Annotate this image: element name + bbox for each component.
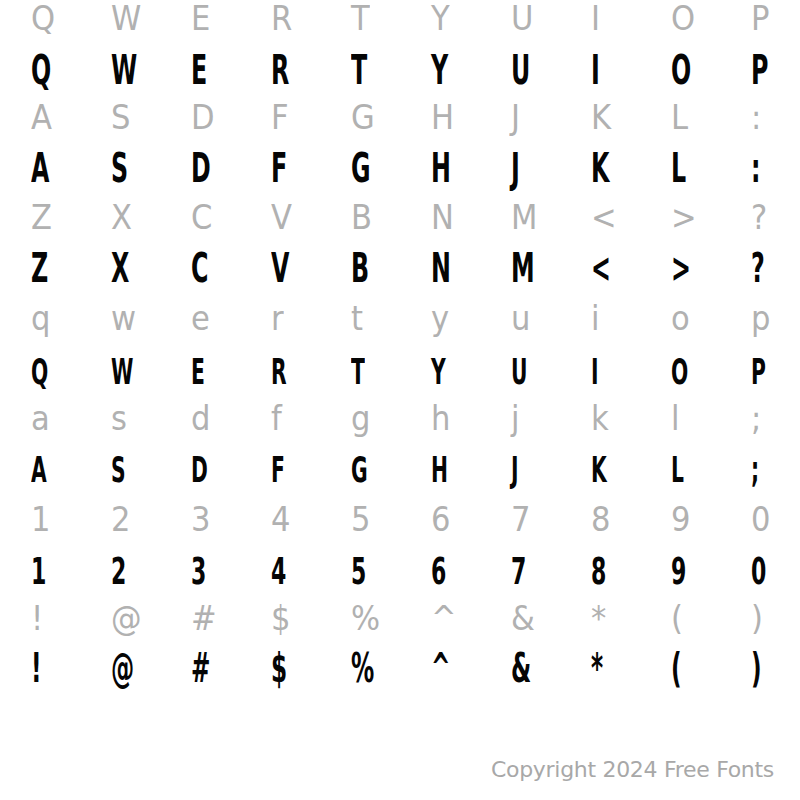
char-glyph: h — [431, 401, 450, 435]
char-cell: X — [111, 200, 191, 234]
char-glyph: R — [271, 50, 289, 91]
char-glyph: & — [511, 648, 531, 688]
charmap-row-7-reference: qwertyuiop — [31, 301, 800, 335]
char-glyph: o — [671, 301, 690, 335]
char-cell: j — [511, 401, 591, 435]
char-cell: @ — [111, 648, 191, 688]
char-glyph: # — [191, 648, 210, 688]
char-cell: K — [591, 148, 671, 189]
char-glyph: ? — [751, 200, 767, 234]
char-glyph: y — [431, 301, 449, 335]
char-glyph: G — [351, 148, 371, 189]
char-cell: 6 — [431, 552, 511, 590]
char-cell: F — [271, 148, 351, 189]
char-cell: & — [511, 601, 591, 635]
char-cell: D — [191, 453, 271, 488]
char-cell: W — [111, 1, 191, 35]
char-glyph: q — [31, 301, 50, 335]
char-cell: P — [751, 50, 800, 91]
charmap-row-8-specimen: QWERTYUIOP — [31, 355, 800, 390]
char-cell: B — [351, 200, 431, 234]
char-glyph: A — [31, 148, 49, 189]
char-glyph: U — [511, 1, 533, 35]
char-glyph: : — [751, 100, 761, 134]
char-glyph: E — [191, 1, 210, 35]
char-glyph: ( — [671, 601, 683, 635]
charmap-row-9-reference: asdfghjkl; — [31, 401, 800, 435]
char-cell: 5 — [351, 502, 431, 536]
char-cell: > — [671, 200, 751, 234]
char-glyph: Q — [31, 50, 51, 91]
char-cell: D — [191, 100, 271, 134]
charmap-row-13-reference: !@#$%^&*() — [31, 601, 800, 635]
char-cell: ( — [671, 601, 751, 635]
char-cell: % — [351, 648, 431, 688]
char-glyph: % — [351, 601, 380, 635]
char-glyph: T — [351, 1, 370, 35]
char-glyph: K — [591, 100, 611, 134]
char-glyph: s — [111, 401, 127, 435]
char-glyph: V — [271, 200, 292, 234]
char-cell: p — [751, 301, 800, 335]
char-glyph: < — [591, 200, 617, 234]
char-glyph: S — [111, 148, 128, 189]
char-cell: C — [191, 200, 271, 234]
char-cell: E — [191, 1, 271, 35]
char-cell: u — [511, 301, 591, 335]
char-cell: Y — [431, 1, 511, 35]
char-cell: R — [271, 1, 351, 35]
char-cell: F — [271, 100, 351, 134]
char-glyph: A — [31, 453, 47, 488]
char-glyph: # — [191, 601, 217, 635]
char-cell: 3 — [191, 502, 271, 536]
char-glyph: W — [111, 50, 137, 91]
char-cell: g — [351, 401, 431, 435]
char-cell: d — [191, 401, 271, 435]
char-cell: ) — [751, 648, 800, 688]
char-glyph: w — [111, 301, 136, 335]
char-glyph: J — [511, 148, 520, 189]
char-cell: 1 — [31, 502, 111, 536]
char-glyph: M — [511, 248, 535, 289]
char-cell: 4 — [271, 502, 351, 536]
char-glyph: A — [31, 100, 52, 134]
char-glyph: F — [271, 148, 287, 189]
char-glyph: 2 — [111, 552, 126, 590]
char-glyph: J — [511, 100, 520, 134]
char-glyph: C — [191, 200, 212, 234]
char-glyph: ^ — [431, 601, 457, 635]
char-cell: ^ — [431, 601, 511, 635]
char-cell: y — [431, 301, 511, 335]
char-glyph: Y — [431, 355, 446, 390]
char-glyph: 5 — [351, 502, 370, 536]
char-glyph: L — [671, 148, 686, 189]
char-cell: o — [671, 301, 751, 335]
char-glyph: W — [111, 355, 133, 390]
char-cell: T — [351, 1, 431, 35]
char-glyph: 4 — [271, 552, 286, 590]
char-cell: G — [351, 100, 431, 134]
char-glyph: N — [431, 200, 454, 234]
char-cell: & — [511, 648, 591, 688]
char-glyph: 9 — [671, 502, 690, 536]
char-cell: P — [751, 1, 800, 35]
char-cell: R — [271, 50, 351, 91]
char-glyph: @ — [111, 601, 142, 635]
char-glyph: T — [351, 50, 367, 91]
char-glyph: < — [591, 248, 611, 289]
char-cell: % — [351, 601, 431, 635]
charmap-row-2-specimen: QWERTYUIOP — [31, 50, 800, 91]
char-glyph: H — [431, 453, 448, 488]
char-glyph: X — [111, 248, 129, 289]
char-glyph: T — [351, 355, 365, 390]
char-cell: N — [431, 248, 511, 289]
char-cell: ; — [751, 453, 800, 488]
char-glyph: U — [511, 355, 527, 390]
char-glyph: ^ — [431, 648, 450, 688]
char-glyph: E — [191, 355, 205, 390]
char-cell: 6 — [431, 502, 511, 536]
char-cell: D — [191, 148, 271, 189]
char-glyph: ; — [751, 401, 761, 435]
char-glyph: G — [351, 453, 368, 488]
char-glyph: I — [591, 1, 600, 35]
char-cell: I — [591, 1, 671, 35]
char-glyph: Z — [31, 200, 52, 234]
char-glyph: 9 — [671, 552, 686, 590]
char-glyph: ) — [751, 601, 763, 635]
char-glyph: j — [511, 401, 520, 435]
char-cell: A — [31, 148, 111, 189]
char-glyph: D — [191, 453, 208, 488]
char-cell: 5 — [351, 552, 431, 590]
copyright-text: Copyright 2024 Free Fonts — [491, 759, 774, 781]
char-glyph: 7 — [511, 502, 530, 536]
char-glyph: H — [431, 100, 454, 134]
char-cell: Q — [31, 1, 111, 35]
char-cell: 9 — [671, 552, 751, 590]
char-glyph: ! — [31, 648, 42, 688]
char-glyph: O — [671, 355, 688, 390]
char-cell: Y — [431, 50, 511, 91]
char-cell: ( — [671, 648, 751, 688]
char-cell: f — [271, 401, 351, 435]
char-cell: k — [591, 401, 671, 435]
char-glyph: > — [671, 248, 691, 289]
char-glyph: D — [191, 100, 215, 134]
char-cell: 7 — [511, 502, 591, 536]
char-cell: 2 — [111, 502, 191, 536]
char-glyph: I — [591, 355, 599, 390]
char-glyph: 3 — [191, 552, 206, 590]
char-cell: < — [591, 248, 671, 289]
char-cell: Z — [31, 248, 111, 289]
char-glyph: $ — [271, 601, 290, 635]
char-cell: ; — [751, 401, 800, 435]
char-glyph: 8 — [591, 552, 606, 590]
char-cell: > — [671, 248, 751, 289]
char-cell: 1 — [31, 552, 111, 590]
char-glyph: 1 — [31, 502, 50, 536]
char-cell: a — [31, 401, 111, 435]
char-cell: q — [31, 301, 111, 335]
char-cell: J — [511, 148, 591, 189]
char-glyph: @ — [111, 648, 134, 688]
charmap-row-12-specimen: 1234567890 — [31, 552, 800, 590]
char-glyph: P — [751, 355, 766, 390]
char-glyph: l — [671, 401, 680, 435]
char-cell: S — [111, 453, 191, 488]
char-cell: K — [591, 100, 671, 134]
char-cell: H — [431, 148, 511, 189]
char-glyph: V — [271, 248, 289, 289]
char-glyph: S — [111, 100, 130, 134]
char-glyph: R — [271, 355, 287, 390]
char-cell: W — [111, 50, 191, 91]
char-cell: w — [111, 301, 191, 335]
char-cell: F — [271, 453, 351, 488]
char-cell: t — [351, 301, 431, 335]
char-glyph: Z — [31, 248, 48, 289]
char-cell: ) — [751, 601, 800, 635]
char-glyph: $ — [271, 648, 287, 688]
char-cell: H — [431, 100, 511, 134]
char-glyph: 6 — [431, 552, 446, 590]
char-cell: ? — [751, 200, 800, 234]
char-glyph: F — [271, 100, 289, 134]
char-cell: A — [31, 453, 111, 488]
char-glyph: 0 — [751, 502, 770, 536]
charmap-row-14-specimen: !@#$%^&*() — [31, 648, 800, 688]
char-cell: Q — [31, 355, 111, 390]
char-glyph: t — [351, 301, 363, 335]
char-glyph: 0 — [751, 552, 766, 590]
char-cell: ^ — [431, 648, 511, 688]
char-glyph: ) — [751, 648, 762, 688]
char-glyph: Q — [31, 1, 55, 35]
char-cell: M — [511, 248, 591, 289]
char-glyph: S — [111, 453, 126, 488]
char-cell: O — [671, 1, 751, 35]
char-cell: A — [31, 100, 111, 134]
char-cell: O — [671, 50, 751, 91]
char-glyph: f — [271, 401, 282, 435]
char-glyph: e — [191, 301, 210, 335]
char-glyph: Y — [431, 1, 450, 35]
char-cell: ! — [31, 601, 111, 635]
charmap-row-5-reference: ZXCVBNM<>? — [31, 200, 800, 234]
char-cell: e — [191, 301, 271, 335]
char-cell: S — [111, 148, 191, 189]
char-cell: L — [671, 100, 751, 134]
char-cell: Y — [431, 355, 511, 390]
char-glyph: Y — [431, 50, 448, 91]
char-cell: 9 — [671, 502, 751, 536]
char-glyph: 4 — [271, 502, 290, 536]
char-glyph: * — [591, 648, 603, 688]
char-cell: : — [751, 100, 800, 134]
char-glyph: 3 — [191, 502, 210, 536]
char-glyph: W — [111, 1, 141, 35]
char-glyph: 7 — [511, 552, 526, 590]
char-cell: ? — [751, 248, 800, 289]
char-cell: i — [591, 301, 671, 335]
char-cell: ! — [31, 648, 111, 688]
char-cell: l — [671, 401, 751, 435]
char-glyph: p — [751, 301, 770, 335]
char-cell: 8 — [591, 502, 671, 536]
char-cell: L — [671, 453, 751, 488]
char-cell: 7 — [511, 552, 591, 590]
char-glyph: K — [591, 453, 607, 488]
char-glyph: > — [671, 200, 697, 234]
char-cell: U — [511, 355, 591, 390]
char-glyph: : — [751, 148, 761, 189]
char-glyph: d — [191, 401, 210, 435]
char-cell: V — [271, 200, 351, 234]
charmap-row-4-specimen: ASDFGHJKL: — [31, 148, 800, 189]
char-cell: P — [751, 355, 800, 390]
char-glyph: O — [671, 50, 691, 91]
char-cell: R — [271, 355, 351, 390]
char-glyph: g — [351, 401, 370, 435]
char-cell: E — [191, 355, 271, 390]
char-cell: W — [111, 355, 191, 390]
char-glyph: X — [111, 200, 132, 234]
char-cell: U — [511, 1, 591, 35]
char-cell: T — [351, 50, 431, 91]
char-glyph: k — [591, 401, 609, 435]
char-glyph: 2 — [111, 502, 130, 536]
char-glyph: 1 — [31, 552, 46, 590]
char-glyph: 8 — [591, 502, 610, 536]
char-cell: G — [351, 148, 431, 189]
char-cell: N — [431, 200, 511, 234]
char-cell: 8 — [591, 552, 671, 590]
char-cell: $ — [271, 648, 351, 688]
char-glyph: I — [591, 50, 600, 91]
char-cell: I — [591, 50, 671, 91]
char-cell: J — [511, 453, 591, 488]
char-cell: r — [271, 301, 351, 335]
char-glyph: ; — [751, 453, 759, 488]
charmap-row-11-reference: 1234567890 — [31, 502, 800, 536]
char-cell: I — [591, 355, 671, 390]
char-cell: * — [591, 601, 671, 635]
char-cell: U — [511, 50, 591, 91]
char-glyph: ! — [31, 601, 43, 635]
char-glyph: E — [191, 50, 207, 91]
charmap-row-3-reference: ASDFGHJKL: — [31, 100, 800, 134]
char-cell: < — [591, 200, 671, 234]
char-glyph: B — [351, 248, 369, 289]
charmap-row-10-specimen: ASDFGHJKL; — [31, 453, 800, 488]
char-glyph: P — [751, 50, 768, 91]
char-cell: * — [591, 648, 671, 688]
char-cell: E — [191, 50, 271, 91]
char-glyph: Q — [31, 355, 48, 390]
char-glyph: C — [191, 248, 208, 289]
char-cell: K — [591, 453, 671, 488]
char-cell: @ — [111, 601, 191, 635]
char-cell: O — [671, 355, 751, 390]
char-cell: H — [431, 453, 511, 488]
char-glyph: a — [31, 401, 50, 435]
char-cell: Z — [31, 200, 111, 234]
char-glyph: G — [351, 100, 375, 134]
char-cell: C — [191, 248, 271, 289]
char-cell: G — [351, 453, 431, 488]
char-cell: M — [511, 200, 591, 234]
char-glyph: 5 — [351, 552, 366, 590]
char-cell: $ — [271, 601, 351, 635]
char-glyph: % — [351, 648, 374, 688]
char-glyph: N — [431, 248, 451, 289]
char-cell: X — [111, 248, 191, 289]
char-glyph: ( — [671, 648, 682, 688]
char-glyph: R — [271, 1, 292, 35]
char-cell: : — [751, 148, 800, 189]
char-glyph: ? — [751, 248, 765, 289]
char-cell: 0 — [751, 502, 800, 536]
char-cell: V — [271, 248, 351, 289]
char-glyph: P — [751, 1, 769, 35]
char-cell: h — [431, 401, 511, 435]
char-glyph: K — [591, 148, 609, 189]
char-cell: 0 — [751, 552, 800, 590]
font-specimen-sheet: QWERTYUIOPQWERTYUIOPASDFGHJKL:ASDFGHJKL:… — [0, 0, 800, 800]
charmap-row-1-reference: QWERTYUIOP — [31, 1, 800, 35]
char-cell: 2 — [111, 552, 191, 590]
char-glyph: u — [511, 301, 530, 335]
char-glyph: U — [511, 50, 530, 91]
char-glyph: 6 — [431, 502, 450, 536]
char-cell: L — [671, 148, 751, 189]
char-cell: # — [191, 601, 271, 635]
char-cell: B — [351, 248, 431, 289]
char-glyph: i — [591, 301, 600, 335]
char-glyph: F — [271, 453, 285, 488]
char-cell: s — [111, 401, 191, 435]
char-glyph: L — [671, 453, 684, 488]
char-cell: J — [511, 100, 591, 134]
char-glyph: r — [271, 301, 284, 335]
char-cell: 3 — [191, 552, 271, 590]
char-glyph: * — [591, 601, 606, 635]
char-cell: 4 — [271, 552, 351, 590]
char-glyph: J — [511, 453, 519, 488]
char-cell: S — [111, 100, 191, 134]
char-glyph: & — [511, 601, 535, 635]
char-cell: # — [191, 648, 271, 688]
char-glyph: L — [671, 100, 688, 134]
char-glyph: H — [431, 148, 451, 189]
char-glyph: D — [191, 148, 211, 189]
char-glyph: B — [351, 200, 372, 234]
char-glyph: O — [671, 1, 695, 35]
char-glyph: M — [511, 200, 537, 234]
charmap-row-6-specimen: ZXCVBNM<>? — [31, 248, 800, 289]
char-cell: T — [351, 355, 431, 390]
char-cell: Q — [31, 50, 111, 91]
